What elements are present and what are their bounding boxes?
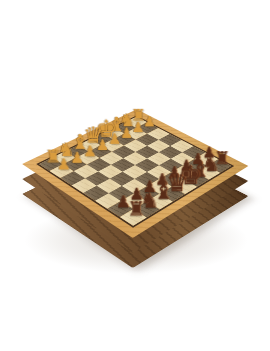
product-photo: ♜♞♝♛♚♝♞♜♟♟♟♟♟♟♟♟♟♟♟♟♟♟♟♟♜♞♝♛♚♝♞♜ [0,0,270,351]
square-h7: ♟ [195,153,219,166]
square-d6 [135,172,160,186]
white-rook: ♜ [131,107,147,123]
black-pawn: ♟ [201,146,218,161]
